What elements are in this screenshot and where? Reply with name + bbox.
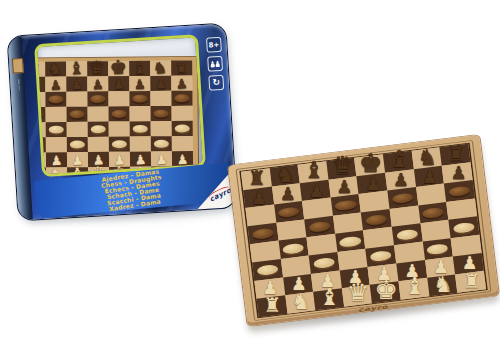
product-photo: ♜♞♝♛♚♝♞♜♟♟♟♟♟♟♟♟♟♟♟♟♟♟♟♟♜♞♝♛♚♝♞♜ 8+ ↻ Aj… <box>0 0 500 343</box>
dark-pawn-piece: ♟ <box>175 78 187 92</box>
checker-disc-light <box>427 243 449 255</box>
dark-bishop-piece: ♝ <box>303 159 324 182</box>
checker-disc-dark <box>309 221 331 233</box>
checker-disc-light <box>396 229 418 241</box>
checker-disc-light <box>48 126 64 134</box>
light-queen-piece: ♛ <box>347 281 369 306</box>
dark-bishop-piece: ♝ <box>131 59 147 77</box>
checker-disc-dark <box>335 199 357 211</box>
square-f1: ♝ <box>398 278 429 300</box>
square-f7: ♟ <box>129 76 150 91</box>
square-e6 <box>108 91 129 106</box>
square-c3 <box>67 137 88 152</box>
age-badge-label: 8+ <box>208 40 219 49</box>
light-pawn-piece: ♟ <box>34 155 41 169</box>
square-b5 <box>46 107 67 122</box>
dark-pawn-piece: ♟ <box>154 78 166 92</box>
square-e3 <box>109 137 130 152</box>
square-f4 <box>130 121 151 136</box>
square-g3 <box>151 136 172 151</box>
square-c8: ♝ <box>298 161 329 183</box>
dark-rook-piece: ♜ <box>175 61 189 76</box>
square-e8: ♚ <box>108 61 129 76</box>
tin-front: ♜♞♝♛♚♝♞♜♟♟♟♟♟♟♟♟♟♟♟♟♟♟♟♟♜♞♝♛♚♝♞♜ 8+ ↻ Aj… <box>22 24 237 220</box>
checker-disc-light <box>70 141 86 149</box>
square-g8: ♞ <box>150 61 171 76</box>
dark-knight-piece: ♞ <box>418 146 438 168</box>
square-a8: ♜ <box>34 62 45 77</box>
square-f8: ♝ <box>129 61 150 76</box>
square-c4 <box>67 122 88 137</box>
checker-disc-dark <box>252 228 274 240</box>
checker-disc-light <box>370 250 392 262</box>
light-bishop-piece: ♝ <box>319 286 340 309</box>
dark-pawn-piece: ♟ <box>133 78 145 92</box>
square-c1: ♝ <box>313 288 344 310</box>
dark-rook-piece: ♜ <box>447 145 465 165</box>
square-h6 <box>171 91 192 106</box>
square-c5 <box>67 107 88 122</box>
square-e5 <box>109 106 130 121</box>
checker-disc-light <box>154 140 170 148</box>
checker-disc-dark <box>422 207 444 219</box>
square-a5 <box>34 107 46 122</box>
square-e8: ♚ <box>354 154 385 176</box>
dark-rook-piece: ♜ <box>34 63 41 78</box>
square-c7: ♟ <box>66 76 87 91</box>
checker-disc-dark <box>48 96 64 104</box>
badges-column: 8+ ↻ <box>206 37 224 91</box>
square-f6 <box>129 91 150 106</box>
square-e7: ♟ <box>108 76 129 91</box>
square-h2: ♟ <box>172 151 193 166</box>
checker-disc-light <box>34 141 43 149</box>
dark-knight-piece: ♞ <box>48 61 63 78</box>
checker-disc-dark <box>365 214 387 226</box>
square-e1: ♚ <box>370 281 401 303</box>
square-g6 <box>150 91 171 106</box>
square-c6 <box>66 92 87 107</box>
square-a2: ♟ <box>34 152 46 167</box>
square-d1: ♛ <box>342 285 373 307</box>
dark-queen-piece: ♛ <box>89 58 106 77</box>
dark-king-piece: ♚ <box>109 57 127 77</box>
square-a7: ♟ <box>34 77 45 92</box>
light-rook-piece: ♜ <box>463 272 481 292</box>
square-d8: ♛ <box>326 158 357 180</box>
rotate-badge: ↻ <box>208 75 224 91</box>
dark-rook-piece: ♜ <box>248 169 266 189</box>
dark-pawn-piece: ♟ <box>308 182 324 200</box>
dark-bishop-piece: ♝ <box>68 60 84 78</box>
dark-pawn-piece: ♟ <box>91 79 103 93</box>
checker-disc-dark <box>392 192 414 204</box>
square-b8: ♞ <box>45 61 66 76</box>
spine-thumbnail <box>12 58 24 74</box>
checker-disc-dark <box>111 110 127 118</box>
checker-disc-light <box>174 125 190 133</box>
dark-pawn-piece: ♟ <box>70 79 82 93</box>
square-g4 <box>151 121 172 136</box>
dark-pawn-piece: ♟ <box>251 189 267 207</box>
dark-knight-piece: ♞ <box>153 60 168 77</box>
checker-disc-light <box>282 243 304 255</box>
two-players-icon <box>210 60 219 68</box>
tin-box: ♜♞♝♛♚♝♞♜♟♟♟♟♟♟♟♟♟♟♟♟♟♟♟♟♜♞♝♛♚♝♞♜ 8+ ↻ Aj… <box>8 24 237 221</box>
square-b7: ♟ <box>45 77 66 92</box>
square-a1: ♜ <box>257 295 288 317</box>
square-b1: ♞ <box>46 167 67 177</box>
square-d4 <box>88 122 109 137</box>
square-f5 <box>130 106 151 121</box>
checker-disc-dark <box>69 111 85 119</box>
light-knight-piece: ♞ <box>291 291 311 313</box>
checker-disc-dark <box>34 111 43 119</box>
square-h7: ♟ <box>171 76 192 91</box>
light-bishop-piece: ♝ <box>404 275 425 298</box>
light-pawn-piece: ♟ <box>176 154 188 168</box>
light-rook-piece: ♜ <box>34 168 42 177</box>
square-e4 <box>109 121 130 136</box>
checker-disc-dark <box>448 185 470 197</box>
square-g1: ♞ <box>427 274 458 296</box>
tin-window-board: ♜♞♝♛♚♝♞♜♟♟♟♟♟♟♟♟♟♟♟♟♟♟♟♟♜♞♝♛♚♝♞♜ <box>34 60 193 177</box>
players-badge <box>207 56 223 72</box>
main-board-grid: ♜♞♝♛♚♝♞♜♟♟♟♟♟♟♟♟♟♟♟♟♟♟♟♟♜♞♝♛♚♝♞♜ <box>241 144 486 317</box>
dark-king-piece: ♚ <box>359 149 382 175</box>
dark-queen-piece: ♛ <box>331 154 353 179</box>
checker-disc-light <box>339 236 361 248</box>
square-h3 <box>172 136 193 151</box>
square-a1: ♜ <box>34 168 46 177</box>
square-a4 <box>34 122 46 137</box>
light-knight-piece: ♞ <box>433 273 453 295</box>
square-g5 <box>151 106 172 121</box>
wooden-board: ♜♞♝♛♚♝♞♜♟♟♟♟♟♟♟♟♟♟♟♟♟♟♟♟♜♞♝♛♚♝♞♜ cayro <box>228 135 499 327</box>
age-badge: 8+ <box>206 37 222 53</box>
checker-disc-dark <box>153 110 169 118</box>
checker-disc-dark <box>90 95 106 103</box>
square-h8: ♜ <box>171 60 192 75</box>
square-b4 <box>46 122 67 137</box>
dark-bishop-piece: ♝ <box>389 148 410 171</box>
light-rook-piece: ♜ <box>264 296 282 316</box>
square-h5 <box>172 106 193 121</box>
dark-pawn-piece: ♟ <box>393 172 409 190</box>
checker-disc-dark <box>174 95 190 103</box>
square-c8: ♝ <box>66 61 87 76</box>
language-lines: Ajedrez - Damas Chess - Draughts Echecs … <box>100 168 166 213</box>
checker-disc-light <box>132 125 148 133</box>
checker-disc-light <box>90 126 106 134</box>
square-b1: ♞ <box>285 292 316 314</box>
square-d3 <box>88 137 109 152</box>
dark-pawn-piece: ♟ <box>49 79 61 93</box>
rotate-arrow-icon: ↻ <box>212 78 220 87</box>
square-b3 <box>46 137 67 152</box>
checker-disc-light <box>313 257 335 269</box>
square-h1: ♜ <box>455 271 486 293</box>
dark-pawn-piece: ♟ <box>365 175 381 193</box>
checker-disc-light <box>453 222 475 234</box>
square-a6 <box>34 92 45 107</box>
square-h4 <box>172 121 193 136</box>
dark-pawn-piece: ♟ <box>34 79 41 93</box>
square-g7: ♟ <box>150 76 171 91</box>
checker-disc-light <box>112 140 128 148</box>
dark-knight-piece: ♞ <box>276 164 296 186</box>
checker-disc-light <box>256 264 278 276</box>
dark-pawn-piece: ♟ <box>337 179 353 197</box>
checker-disc-dark <box>278 206 300 218</box>
light-knight-piece: ♞ <box>49 167 64 177</box>
light-king-piece: ♚ <box>375 276 398 302</box>
square-d5 <box>88 106 109 121</box>
checker-disc-dark <box>132 95 148 103</box>
tin-window: ♜♞♝♛♚♝♞♜♟♟♟♟♟♟♟♟♟♟♟♟♟♟♟♟♜♞♝♛♚♝♞♜ <box>34 34 206 177</box>
dark-pawn-piece: ♟ <box>280 186 296 204</box>
square-f8: ♝ <box>383 151 414 173</box>
square-b6 <box>45 92 66 107</box>
square-f3 <box>130 136 151 151</box>
square-d7: ♟ <box>87 76 108 91</box>
dark-pawn-piece: ♟ <box>422 168 438 186</box>
square-d8: ♛ <box>87 61 108 76</box>
dark-pawn-piece: ♟ <box>450 165 466 183</box>
square-d6 <box>87 91 108 106</box>
square-a3 <box>34 137 46 152</box>
dark-pawn-piece: ♟ <box>112 78 124 92</box>
